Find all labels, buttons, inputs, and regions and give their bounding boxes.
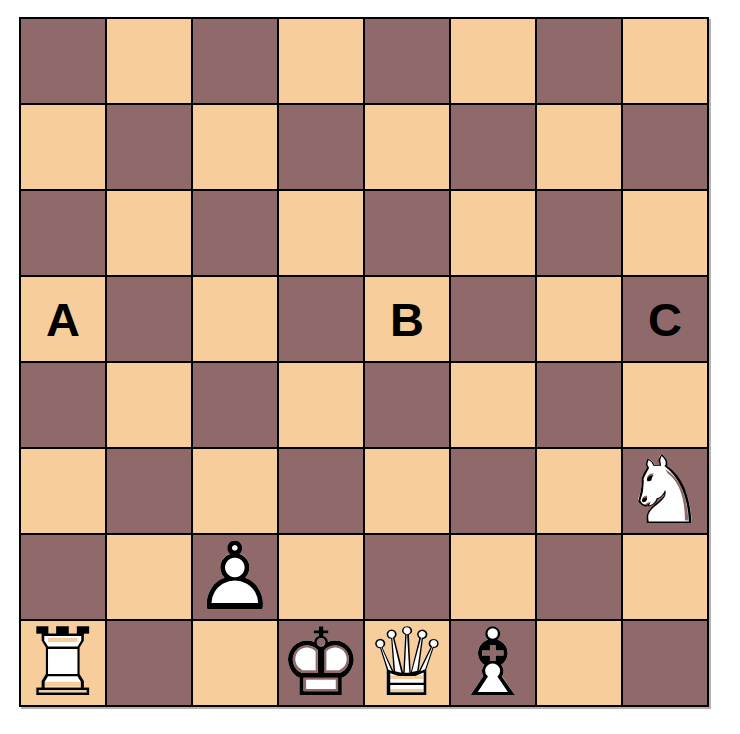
square-h4[interactable] (623, 363, 707, 447)
square-d4[interactable] (279, 363, 363, 447)
white-queen-outline-glyph: ♕ (365, 621, 449, 705)
zone-label-c: C (623, 277, 707, 361)
square-h1[interactable] (623, 621, 707, 705)
square-b5[interactable] (107, 277, 191, 361)
white-knight-outline-glyph: ♘ (623, 449, 707, 533)
square-g8[interactable] (537, 19, 621, 103)
square-g3[interactable] (537, 449, 621, 533)
square-c3[interactable] (193, 449, 277, 533)
square-a7[interactable] (21, 105, 105, 189)
square-e8[interactable] (365, 19, 449, 103)
white-king-outline-glyph: ♔ (279, 621, 363, 705)
square-f2[interactable] (451, 535, 535, 619)
square-d6[interactable] (279, 191, 363, 275)
piece-white-knight[interactable]: ♞♘ (623, 449, 707, 533)
square-b7[interactable] (107, 105, 191, 189)
zone-label-a: A (21, 277, 105, 361)
square-a5[interactable]: A (21, 277, 105, 361)
piece-white-pawn[interactable]: ♟♙ (193, 535, 277, 619)
square-c5[interactable] (193, 277, 277, 361)
square-g5[interactable] (537, 277, 621, 361)
square-a8[interactable] (21, 19, 105, 103)
square-d2[interactable] (279, 535, 363, 619)
square-f5[interactable] (451, 277, 535, 361)
square-d3[interactable] (279, 449, 363, 533)
square-g2[interactable] (537, 535, 621, 619)
square-f3[interactable] (451, 449, 535, 533)
square-c7[interactable] (193, 105, 277, 189)
square-h3[interactable]: ♞♘ (623, 449, 707, 533)
square-c1[interactable] (193, 621, 277, 705)
square-f7[interactable] (451, 105, 535, 189)
square-e4[interactable] (365, 363, 449, 447)
square-h2[interactable] (623, 535, 707, 619)
square-f1[interactable]: ♝♗ (451, 621, 535, 705)
piece-white-queen[interactable]: ♛♕ (365, 621, 449, 705)
square-d1[interactable]: ♚♔ (279, 621, 363, 705)
square-e1[interactable]: ♛♕ (365, 621, 449, 705)
square-e5[interactable]: B (365, 277, 449, 361)
square-g7[interactable] (537, 105, 621, 189)
chess-board: ABC♞♘♟♙♜♖♚♔♛♕♝♗ (19, 17, 709, 707)
piece-white-king[interactable]: ♚♔ (279, 621, 363, 705)
square-e7[interactable] (365, 105, 449, 189)
square-h6[interactable] (623, 191, 707, 275)
square-e6[interactable] (365, 191, 449, 275)
square-h7[interactable] (623, 105, 707, 189)
piece-white-bishop[interactable]: ♝♗ (451, 621, 535, 705)
square-a1[interactable]: ♜♖ (21, 621, 105, 705)
square-g1[interactable] (537, 621, 621, 705)
square-d7[interactable] (279, 105, 363, 189)
square-a2[interactable] (21, 535, 105, 619)
square-g6[interactable] (537, 191, 621, 275)
square-b6[interactable] (107, 191, 191, 275)
square-h8[interactable] (623, 19, 707, 103)
square-a6[interactable] (21, 191, 105, 275)
square-c6[interactable] (193, 191, 277, 275)
square-b2[interactable] (107, 535, 191, 619)
square-h5[interactable]: C (623, 277, 707, 361)
square-e3[interactable] (365, 449, 449, 533)
square-e2[interactable] (365, 535, 449, 619)
square-a4[interactable] (21, 363, 105, 447)
square-a3[interactable] (21, 449, 105, 533)
square-c4[interactable] (193, 363, 277, 447)
square-f8[interactable] (451, 19, 535, 103)
white-pawn-outline-glyph: ♙ (193, 535, 277, 619)
square-d5[interactable] (279, 277, 363, 361)
square-c2[interactable]: ♟♙ (193, 535, 277, 619)
white-bishop-outline-glyph: ♗ (451, 621, 535, 705)
page: ABC♞♘♟♙♜♖♚♔♛♕♝♗ (0, 0, 740, 734)
white-rook-outline-glyph: ♖ (21, 621, 105, 705)
piece-white-rook[interactable]: ♜♖ (21, 621, 105, 705)
square-c8[interactable] (193, 19, 277, 103)
square-f6[interactable] (451, 191, 535, 275)
square-b3[interactable] (107, 449, 191, 533)
square-d8[interactable] (279, 19, 363, 103)
square-g4[interactable] (537, 363, 621, 447)
zone-label-b: B (365, 277, 449, 361)
square-f4[interactable] (451, 363, 535, 447)
square-b1[interactable] (107, 621, 191, 705)
square-b4[interactable] (107, 363, 191, 447)
square-b8[interactable] (107, 19, 191, 103)
